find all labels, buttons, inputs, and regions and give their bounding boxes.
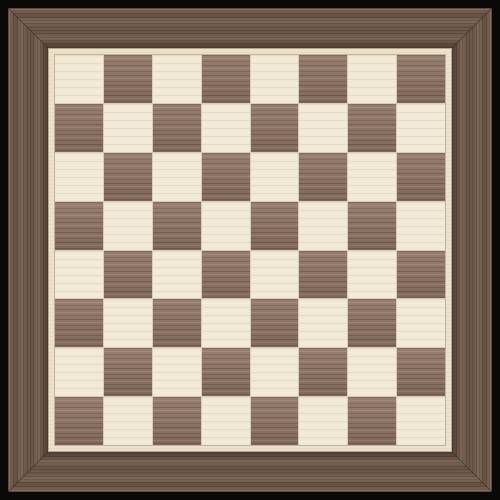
square-a3[interactable] xyxy=(55,299,103,347)
square-g1[interactable] xyxy=(348,397,396,445)
square-e5[interactable] xyxy=(251,202,299,250)
square-f5[interactable] xyxy=(299,202,347,250)
square-b8[interactable] xyxy=(104,55,152,103)
square-h2[interactable] xyxy=(397,348,445,396)
square-a6[interactable] xyxy=(55,153,103,201)
square-b2[interactable] xyxy=(104,348,152,396)
square-g2[interactable] xyxy=(348,348,396,396)
square-h7[interactable] xyxy=(397,104,445,152)
square-d4[interactable] xyxy=(202,251,250,299)
maple-trim-border xyxy=(48,48,452,452)
square-c6[interactable] xyxy=(153,153,201,201)
square-a1[interactable] xyxy=(55,397,103,445)
square-f6[interactable] xyxy=(299,153,347,201)
square-h3[interactable] xyxy=(397,299,445,347)
square-g8[interactable] xyxy=(348,55,396,103)
square-b3[interactable] xyxy=(104,299,152,347)
square-c4[interactable] xyxy=(153,251,201,299)
square-c7[interactable] xyxy=(153,104,201,152)
square-e1[interactable] xyxy=(251,397,299,445)
square-d3[interactable] xyxy=(202,299,250,347)
square-a4[interactable] xyxy=(55,251,103,299)
square-e3[interactable] xyxy=(251,299,299,347)
square-g7[interactable] xyxy=(348,104,396,152)
square-c5[interactable] xyxy=(153,202,201,250)
board-frame-top xyxy=(8,8,492,48)
square-e4[interactable] xyxy=(251,251,299,299)
square-d7[interactable] xyxy=(202,104,250,152)
square-c1[interactable] xyxy=(153,397,201,445)
square-a7[interactable] xyxy=(55,104,103,152)
board-frame-right xyxy=(452,8,492,492)
square-d2[interactable] xyxy=(202,348,250,396)
square-c3[interactable] xyxy=(153,299,201,347)
photo-background xyxy=(0,0,500,500)
square-d1[interactable] xyxy=(202,397,250,445)
square-c2[interactable] xyxy=(153,348,201,396)
square-a5[interactable] xyxy=(55,202,103,250)
square-b7[interactable] xyxy=(104,104,152,152)
square-d8[interactable] xyxy=(202,55,250,103)
square-f4[interactable] xyxy=(299,251,347,299)
square-a8[interactable] xyxy=(55,55,103,103)
square-g4[interactable] xyxy=(348,251,396,299)
square-h8[interactable] xyxy=(397,55,445,103)
square-c8[interactable] xyxy=(153,55,201,103)
square-h4[interactable] xyxy=(397,251,445,299)
square-d6[interactable] xyxy=(202,153,250,201)
square-b4[interactable] xyxy=(104,251,152,299)
chess-board xyxy=(8,8,492,492)
square-g6[interactable] xyxy=(348,153,396,201)
square-d5[interactable] xyxy=(202,202,250,250)
square-h5[interactable] xyxy=(397,202,445,250)
square-a2[interactable] xyxy=(55,348,103,396)
square-b1[interactable] xyxy=(104,397,152,445)
square-e7[interactable] xyxy=(251,104,299,152)
square-e6[interactable] xyxy=(251,153,299,201)
square-f7[interactable] xyxy=(299,104,347,152)
squares-grid xyxy=(55,55,445,445)
square-h6[interactable] xyxy=(397,153,445,201)
square-f1[interactable] xyxy=(299,397,347,445)
square-g5[interactable] xyxy=(348,202,396,250)
square-f8[interactable] xyxy=(299,55,347,103)
square-f3[interactable] xyxy=(299,299,347,347)
square-h1[interactable] xyxy=(397,397,445,445)
square-f2[interactable] xyxy=(299,348,347,396)
square-g3[interactable] xyxy=(348,299,396,347)
square-b5[interactable] xyxy=(104,202,152,250)
board-frame-left xyxy=(8,8,48,492)
square-e2[interactable] xyxy=(251,348,299,396)
square-e8[interactable] xyxy=(251,55,299,103)
square-b6[interactable] xyxy=(104,153,152,201)
board-frame-bottom xyxy=(8,452,492,492)
